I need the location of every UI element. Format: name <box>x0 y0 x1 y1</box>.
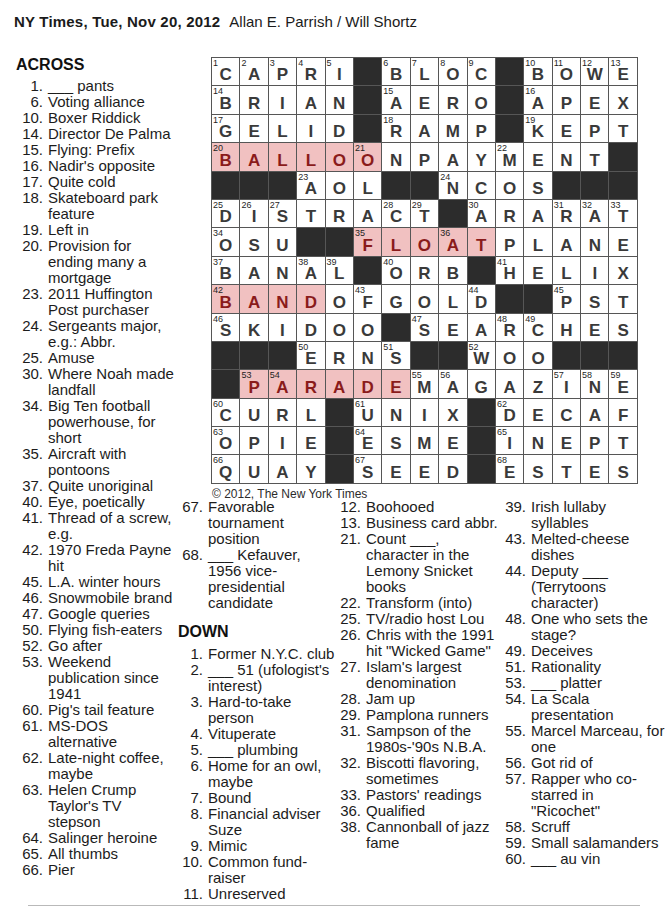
cell-letter: F <box>609 407 636 424</box>
grid-cell-r14c4[interactable]: E <box>297 427 325 455</box>
grid-cell-r9c1[interactable]: 42B <box>212 285 240 313</box>
grid-cell-r2c2[interactable]: R <box>240 86 268 114</box>
grid-cell-r1c7[interactable]: 6B <box>382 58 410 86</box>
clue-text: L.A. winter hours <box>48 574 176 590</box>
grid-block-cell <box>411 342 439 370</box>
cell-letter: I <box>269 95 296 112</box>
grid-cell-r6c3[interactable]: 27S <box>269 200 297 228</box>
grid-cell-r6c13[interactable]: 31R <box>553 200 581 228</box>
grid-cell-r4c2[interactable]: A <box>240 143 268 171</box>
clue-text: Unreserved <box>208 886 338 902</box>
grid-cell-r13c4[interactable]: L <box>297 399 325 427</box>
grid-cell-r14c13[interactable]: E <box>553 427 581 455</box>
grid-cell-r6c7[interactable]: 28C <box>382 200 410 228</box>
clue-number: 13. <box>337 515 366 531</box>
grid-cell-r11c6[interactable]: N <box>354 342 382 370</box>
cell-letter: A <box>524 95 551 112</box>
grid-cell-r10c5[interactable]: O <box>326 314 354 342</box>
cell-letter: E <box>581 95 608 112</box>
grid-cell-r12c5[interactable]: A <box>326 370 354 398</box>
down-clue-5: 5.___ plumbing <box>170 742 338 758</box>
grid-cell-r7c9[interactable]: 36A <box>439 228 467 256</box>
grid-cell-r4c11[interactable]: 22M <box>496 143 524 171</box>
grid-cell-r2c9[interactable]: R <box>439 86 467 114</box>
cell-letter: N <box>553 152 580 169</box>
grid-cell-r7c7[interactable]: L <box>382 228 410 256</box>
grid-cell-r12c12[interactable]: Z <box>524 370 552 398</box>
cell-letter: F <box>354 237 381 254</box>
grid-cell-r9c7[interactable]: G <box>382 285 410 313</box>
grid-cell-r2c4[interactable]: A <box>297 86 325 114</box>
crossword-page: NY Times, Tue, Nov 20, 2012Allan E. Parr… <box>0 0 666 913</box>
cell-letter: A <box>439 152 466 169</box>
grid-cell-r9c10[interactable]: 44D <box>468 285 496 313</box>
grid-cell-r1c2[interactable]: 2A <box>240 58 268 86</box>
down-clue-39: 39.Irish lullaby syllables <box>500 499 665 531</box>
grid-block-cell <box>326 455 354 483</box>
cell-letter: H <box>553 322 580 339</box>
grid-cell-r14c15[interactable]: T <box>609 427 637 455</box>
clue-number: 27. <box>337 659 366 691</box>
grid-cell-r3c14[interactable]: P <box>581 115 609 143</box>
cell-letter: L <box>326 265 353 282</box>
grid-cell-r9c4[interactable]: D <box>297 285 325 313</box>
grid-cell-r6c10[interactable]: 30A <box>468 200 496 228</box>
grid-cell-r10c14[interactable]: E <box>581 314 609 342</box>
grid-cell-r4c13[interactable]: N <box>553 143 581 171</box>
grid-cell-r7c11[interactable]: P <box>496 228 524 256</box>
grid-cell-r13c15[interactable]: F <box>609 399 637 427</box>
grid-cell-r4c10[interactable]: Y <box>468 143 496 171</box>
cell-letter: W <box>581 66 608 83</box>
clue-number: 8. <box>170 806 208 838</box>
grid-cell-r15c11[interactable]: 68E <box>496 455 524 483</box>
grid-cell-r8c9[interactable]: B <box>439 257 467 285</box>
grid-cell-r10c2[interactable]: K <box>240 314 268 342</box>
cell-letter: P <box>468 123 495 140</box>
grid-cell-r5c10[interactable]: C <box>468 172 496 200</box>
grid-cell-r9c5[interactable]: O <box>326 285 354 313</box>
grid-cell-r4c8[interactable]: P <box>411 143 439 171</box>
grid-block-cell <box>240 172 268 200</box>
grid-block-cell <box>468 455 496 483</box>
cell-letter: R <box>382 123 409 140</box>
grid-cell-r9c2[interactable]: A <box>240 285 268 313</box>
grid-cell-r12c15[interactable]: 59E <box>609 370 637 398</box>
grid-cell-r14c11[interactable]: 65I <box>496 427 524 455</box>
cell-letter: E <box>581 322 608 339</box>
clue-text: Google queries <box>48 606 176 622</box>
grid-cell-r15c12[interactable]: S <box>524 455 552 483</box>
clue-text: TV/radio host Lou <box>366 611 498 627</box>
clue-number: 35. <box>14 446 48 478</box>
cell-letter: A <box>496 379 523 396</box>
clue-text: Transform (into) <box>366 595 498 611</box>
grid-block-cell <box>297 228 325 256</box>
grid-cell-r13c14[interactable]: A <box>581 399 609 427</box>
cell-letter: O <box>411 294 438 311</box>
grid-cell-r14c12[interactable]: N <box>524 427 552 455</box>
grid-cell-r7c10[interactable]: T <box>468 228 496 256</box>
grid-cell-r2c5[interactable]: N <box>326 86 354 114</box>
grid-cell-r4c5[interactable]: O <box>326 143 354 171</box>
grid-cell-r4c7[interactable]: N <box>382 143 410 171</box>
grid-cell-r12c4[interactable]: R <box>297 370 325 398</box>
grid-cell-r8c4[interactable]: 38A <box>297 257 325 285</box>
across-heading: ACROSS <box>16 56 176 73</box>
cell-letter: D <box>212 208 239 225</box>
grid-cell-r6c15[interactable]: 33T <box>609 200 637 228</box>
grid-cell-r9c9[interactable]: L <box>439 285 467 313</box>
grid-block-cell <box>269 172 297 200</box>
grid-cell-r8c15[interactable]: X <box>609 257 637 285</box>
grid-cell-r12c9[interactable]: 56A <box>439 370 467 398</box>
grid-block-cell <box>496 115 524 143</box>
grid-cell-r15c2[interactable]: U <box>240 455 268 483</box>
grid-cell-r6c8[interactable]: 29T <box>411 200 439 228</box>
grid-cell-r14c9[interactable]: E <box>439 427 467 455</box>
grid-cell-r1c13[interactable]: 11O <box>553 58 581 86</box>
grid-cell-r12c13[interactable]: 57I <box>553 370 581 398</box>
grid-block-cell <box>468 427 496 455</box>
grid-cell-r3c12[interactable]: 19K <box>524 115 552 143</box>
down-clue-56: 56.Got rid of <box>500 755 665 771</box>
grid-cell-r7c6[interactable]: 35F <box>354 228 382 256</box>
clue-number: 25. <box>14 350 48 366</box>
down-clue-29: 29.Pamplona runners <box>337 707 498 723</box>
cell-letter: L <box>553 265 580 282</box>
grid-cell-r6c4[interactable]: T <box>297 200 325 228</box>
grid-cell-r7c15[interactable]: E <box>609 228 637 256</box>
grid-cell-r9c3[interactable]: N <box>269 285 297 313</box>
cell-letter: I <box>326 66 353 83</box>
clue-text: Flying fish-eaters <box>48 622 176 638</box>
grid-cell-r13c12[interactable]: E <box>524 399 552 427</box>
grid-cell-r3c15[interactable]: T <box>609 115 637 143</box>
grid-block-cell <box>581 342 609 370</box>
grid-cell-r14c8[interactable]: M <box>411 427 439 455</box>
grid-cell-r12c10[interactable]: G <box>468 370 496 398</box>
across-clue-14: 14.Director De Palma <box>14 126 176 142</box>
grid-cell-r6c12[interactable]: A <box>524 200 552 228</box>
cell-letter: B <box>382 66 409 83</box>
clue-text: Vituperate <box>208 726 338 742</box>
grid-cell-r15c3[interactable]: A <box>269 455 297 483</box>
cell-letter: S <box>524 180 551 197</box>
grid-cell-r14c7[interactable]: S <box>382 427 410 455</box>
grid-cell-r10c15[interactable]: S <box>609 314 637 342</box>
cell-letter: Y <box>468 152 495 169</box>
down-heading: DOWN <box>178 623 338 640</box>
cell-letter: N <box>382 152 409 169</box>
grid-cell-r10c4[interactable]: D <box>297 314 325 342</box>
grid-block-cell <box>212 342 240 370</box>
cell-letter: X <box>609 265 636 282</box>
grid-block-cell <box>269 342 297 370</box>
grid-cell-r11c10[interactable]: 52W <box>468 342 496 370</box>
grid-cell-r15c1[interactable]: 66Q <box>212 455 240 483</box>
clue-number: 63. <box>14 782 48 830</box>
cell-letter: A <box>326 379 353 396</box>
clue-number: 61. <box>14 718 48 750</box>
clue-text: Melted-cheese dishes <box>531 531 665 563</box>
clue-text: Aircraft with pontoons <box>48 446 176 478</box>
cell-letter: O <box>382 265 409 282</box>
grid-cell-r11c11[interactable]: O <box>496 342 524 370</box>
across-clue-47: 47.Google queries <box>14 606 176 622</box>
grid-cell-r2c15[interactable]: X <box>609 86 637 114</box>
grid-cell-r6c1[interactable]: 25D <box>212 200 240 228</box>
grid-cell-r4c12[interactable]: E <box>524 143 552 171</box>
grid-cell-r15c15[interactable]: S <box>609 455 637 483</box>
grid-cell-r7c1[interactable]: 34O <box>212 228 240 256</box>
grid-cell-r2c3[interactable]: I <box>269 86 297 114</box>
grid-cell-r7c14[interactable]: N <box>581 228 609 256</box>
cell-letter: B <box>212 294 239 311</box>
grid-cell-r14c1[interactable]: 63O <box>212 427 240 455</box>
clue-number: 62. <box>14 750 48 782</box>
grid-cell-r4c3[interactable]: L <box>269 143 297 171</box>
grid-cell-r4c1[interactable]: 20B <box>212 143 240 171</box>
clue-text: Count ___, character in the Lemony Snick… <box>366 531 498 595</box>
across-clue-35: 35.Aircraft with pontoons <box>14 446 176 478</box>
cell-letter: L <box>354 180 381 197</box>
grid-cell-r9c15[interactable]: T <box>609 285 637 313</box>
grid-cell-r6c2[interactable]: 26I <box>240 200 268 228</box>
grid-cell-r3c4[interactable]: I <box>297 115 325 143</box>
grid-cell-r12c7[interactable]: E <box>382 370 410 398</box>
grid-cell-r15c13[interactable]: T <box>553 455 581 483</box>
clue-text: 1970 Freda Payne hit <box>48 542 176 574</box>
grid-cell-r6c5[interactable]: R <box>326 200 354 228</box>
clue-number: 58. <box>500 819 531 835</box>
grid-cell-r8c5[interactable]: 39L <box>326 257 354 285</box>
grid-cell-r11c5[interactable]: R <box>326 342 354 370</box>
grid-cell-r1c5[interactable]: 5I <box>326 58 354 86</box>
grid-cell-r5c5[interactable]: O <box>326 172 354 200</box>
clue-number: 7. <box>170 790 208 806</box>
grid-cell-r12c11[interactable]: A <box>496 370 524 398</box>
grid-cell-r12c6[interactable]: D <box>354 370 382 398</box>
grid-cell-r2c8[interactable]: E <box>411 86 439 114</box>
grid-cell-r5c12[interactable]: S <box>524 172 552 200</box>
grid-cell-r8c7[interactable]: 40O <box>382 257 410 285</box>
grid-cell-r2c7[interactable]: 15A <box>382 86 410 114</box>
grid-cell-r1c9[interactable]: 8O <box>439 58 467 86</box>
cell-letter: I <box>411 407 438 424</box>
cell-letter: E <box>553 123 580 140</box>
grid-cell-r2c14[interactable]: E <box>581 86 609 114</box>
grid-cell-r15c7[interactable]: E <box>382 455 410 483</box>
grid-cell-r8c11[interactable]: 41H <box>496 257 524 285</box>
grid-cell-r1c15[interactable]: 13E <box>609 58 637 86</box>
cell-letter: A <box>468 208 495 225</box>
grid-cell-r4c6[interactable]: 21O <box>354 143 382 171</box>
clue-number: 68. <box>170 547 208 611</box>
grid-cell-r2c13[interactable]: P <box>553 86 581 114</box>
grid-cell-r10c1[interactable]: 46S <box>212 314 240 342</box>
grid-block-cell <box>382 314 410 342</box>
clue-text: Hard-to-take person <box>208 694 338 726</box>
grid-cell-r1c12[interactable]: 10B <box>524 58 552 86</box>
grid-cell-r8c12[interactable]: E <box>524 257 552 285</box>
grid-cell-r11c4[interactable]: 50E <box>297 342 325 370</box>
grid-cell-r9c8[interactable]: O <box>411 285 439 313</box>
grid-cell-r9c13[interactable]: 45P <box>553 285 581 313</box>
grid-cell-r4c14[interactable]: T <box>581 143 609 171</box>
grid-cell-r12c14[interactable]: 58N <box>581 370 609 398</box>
grid-cell-r4c4[interactable]: L <box>297 143 325 171</box>
grid-cell-r9c14[interactable]: S <box>581 285 609 313</box>
grid-cell-r10c13[interactable]: H <box>553 314 581 342</box>
page-bottom-rule <box>28 905 640 906</box>
grid-cell-r13c1[interactable]: 60C <box>212 399 240 427</box>
grid-cell-r10c6[interactable]: O <box>354 314 382 342</box>
grid-cell-r1c3[interactable]: 3P <box>269 58 297 86</box>
clue-text: Former N.Y.C. club <box>208 646 338 662</box>
grid-cell-r6c6[interactable]: A <box>354 200 382 228</box>
grid-cell-r13c3[interactable]: R <box>269 399 297 427</box>
cell-letter: S <box>609 322 636 339</box>
cell-letter: O <box>354 152 381 169</box>
grid-cell-r13c2[interactable]: U <box>240 399 268 427</box>
grid-cell-r2c12[interactable]: 16A <box>524 86 552 114</box>
down-clue-26: 26.Chris with the 1991 hit "Wicked Game" <box>337 627 498 659</box>
grid-cell-r1c10[interactable]: 9C <box>468 58 496 86</box>
down-clue-9: 9.Mimic <box>170 838 338 854</box>
across-clue-46: 46.Snowmobile brand <box>14 590 176 606</box>
cell-letter: O <box>326 180 353 197</box>
grid-cell-r10c9[interactable]: E <box>439 314 467 342</box>
grid-cell-r8c13[interactable]: L <box>553 257 581 285</box>
grid-cell-r3c5[interactable]: D <box>326 115 354 143</box>
clue-number: 41. <box>14 510 48 542</box>
grid-cell-r7c13[interactable]: A <box>553 228 581 256</box>
grid-cell-r15c4[interactable]: Y <box>297 455 325 483</box>
grid-cell-r8c14[interactable]: I <box>581 257 609 285</box>
grid-cell-r8c1[interactable]: 37B <box>212 257 240 285</box>
grid-cell-r13c11[interactable]: 62D <box>496 399 524 427</box>
grid-cell-r7c2[interactable]: S <box>240 228 268 256</box>
grid-cell-r8c2[interactable]: A <box>240 257 268 285</box>
clue-number: 36. <box>337 803 366 819</box>
cell-letter: K <box>524 123 551 140</box>
grid-cell-r15c9[interactable]: D <box>439 455 467 483</box>
down-clue-48: 48.One who sets the stage? <box>500 611 665 643</box>
grid-cell-r3c13[interactable]: E <box>553 115 581 143</box>
grid-cell-r8c8[interactable]: R <box>411 257 439 285</box>
grid-cell-r3c9[interactable]: M <box>439 115 467 143</box>
grid-cell-r11c12[interactable]: O <box>524 342 552 370</box>
clue-column-4: 39.Irish lullaby syllables43.Melted-chee… <box>500 499 665 867</box>
down-clue-57: 57.Rapper who co-starred in "Ricochet" <box>500 771 665 819</box>
grid-cell-r15c6[interactable]: 67S <box>354 455 382 483</box>
grid-cell-r3c8[interactable]: A <box>411 115 439 143</box>
grid-cell-r6c11[interactable]: R <box>496 200 524 228</box>
grid-cell-r10c12[interactable]: 49C <box>524 314 552 342</box>
cell-letter: C <box>212 66 239 83</box>
grid-cell-r7c12[interactable]: L <box>524 228 552 256</box>
grid-cell-r5c4[interactable]: 23A <box>297 172 325 200</box>
grid-cell-r6c14[interactable]: 32A <box>581 200 609 228</box>
grid-cell-r12c2[interactable]: 53P <box>240 370 268 398</box>
clue-text: Irish lullaby syllables <box>531 499 665 531</box>
grid-cell-r13c13[interactable]: C <box>553 399 581 427</box>
grid-cell-r10c10[interactable]: A <box>468 314 496 342</box>
grid-cell-r13c9[interactable]: X <box>439 399 467 427</box>
grid-cell-r13c7[interactable]: N <box>382 399 410 427</box>
cell-letter: R <box>326 350 353 367</box>
across-clue-19: 19.Left in <box>14 222 176 238</box>
cell-letter: R <box>496 322 523 339</box>
grid-cell-r14c6[interactable]: 64E <box>354 427 382 455</box>
grid-cell-r2c10[interactable]: O <box>468 86 496 114</box>
grid-cell-r7c8[interactable]: O <box>411 228 439 256</box>
grid-cell-r10c3[interactable]: I <box>269 314 297 342</box>
grid-cell-r15c14[interactable]: E <box>581 455 609 483</box>
grid-cell-r5c9[interactable]: 24N <box>439 172 467 200</box>
grid-cell-r5c11[interactable]: O <box>496 172 524 200</box>
grid-cell-r3c10[interactable]: P <box>468 115 496 143</box>
grid-cell-r13c8[interactable]: I <box>411 399 439 427</box>
grid-cell-r3c3[interactable]: L <box>269 115 297 143</box>
grid-cell-r10c8[interactable]: 47S <box>411 314 439 342</box>
grid-cell-r1c14[interactable]: 12W <box>581 58 609 86</box>
cell-letter: T <box>553 464 580 481</box>
down-clue-51: 51.Rationality <box>500 659 665 675</box>
cell-letter: E <box>297 435 324 452</box>
cell-letter: C <box>468 66 495 83</box>
clue-number: 56. <box>500 755 531 771</box>
grid-cell-r5c6[interactable]: L <box>354 172 382 200</box>
grid-cell-r2c1[interactable]: 14B <box>212 86 240 114</box>
cell-letter: O <box>439 66 466 83</box>
grid-cell-r1c1[interactable]: 1C <box>212 58 240 86</box>
grid-cell-r9c6[interactable]: 43F <box>354 285 382 313</box>
grid-cell-r15c8[interactable]: E <box>411 455 439 483</box>
grid-cell-r3c2[interactable]: E <box>240 115 268 143</box>
grid-cell-r7c3[interactable]: U <box>269 228 297 256</box>
cell-letter: G <box>212 123 239 140</box>
down-clues-1-11: 1.Former N.Y.C. club2.___ 51 (ufologist'… <box>170 646 338 902</box>
cell-letter: E <box>240 123 267 140</box>
clue-number: 21. <box>337 531 366 595</box>
down-clue-22: 22.Transform (into) <box>337 595 498 611</box>
clue-text: Thread of a screw, e.g. <box>48 510 176 542</box>
grid-cell-r3c1[interactable]: 17G <box>212 115 240 143</box>
clue-text: Snowmobile brand <box>48 590 176 606</box>
grid-cell-r14c2[interactable]: P <box>240 427 268 455</box>
cell-letter: A <box>240 265 267 282</box>
cell-letter: S <box>581 294 608 311</box>
grid-cell-r11c7[interactable]: 51S <box>382 342 410 370</box>
grid-cell-r3c7[interactable]: 18R <box>382 115 410 143</box>
cell-letter: E <box>439 435 466 452</box>
grid-cell-r10c11[interactable]: 48R <box>496 314 524 342</box>
page-byline: Allan E. Parrish / Will Shortz <box>229 13 417 30</box>
cell-letter: M <box>411 435 438 452</box>
grid-cell-r13c6[interactable]: 61U <box>354 399 382 427</box>
grid-cell-r14c14[interactable]: P <box>581 427 609 455</box>
grid-cell-r12c3[interactable]: 54A <box>269 370 297 398</box>
grid-cell-r12c8[interactable]: 55M <box>411 370 439 398</box>
grid-cell-r4c9[interactable]: A <box>439 143 467 171</box>
grid-cell-r1c4[interactable]: 4R <box>297 58 325 86</box>
grid-cell-r8c3[interactable]: N <box>269 257 297 285</box>
grid-block-cell <box>496 58 524 86</box>
grid-cell-r14c3[interactable]: I <box>269 427 297 455</box>
grid-cell-r1c8[interactable]: 7L <box>411 58 439 86</box>
